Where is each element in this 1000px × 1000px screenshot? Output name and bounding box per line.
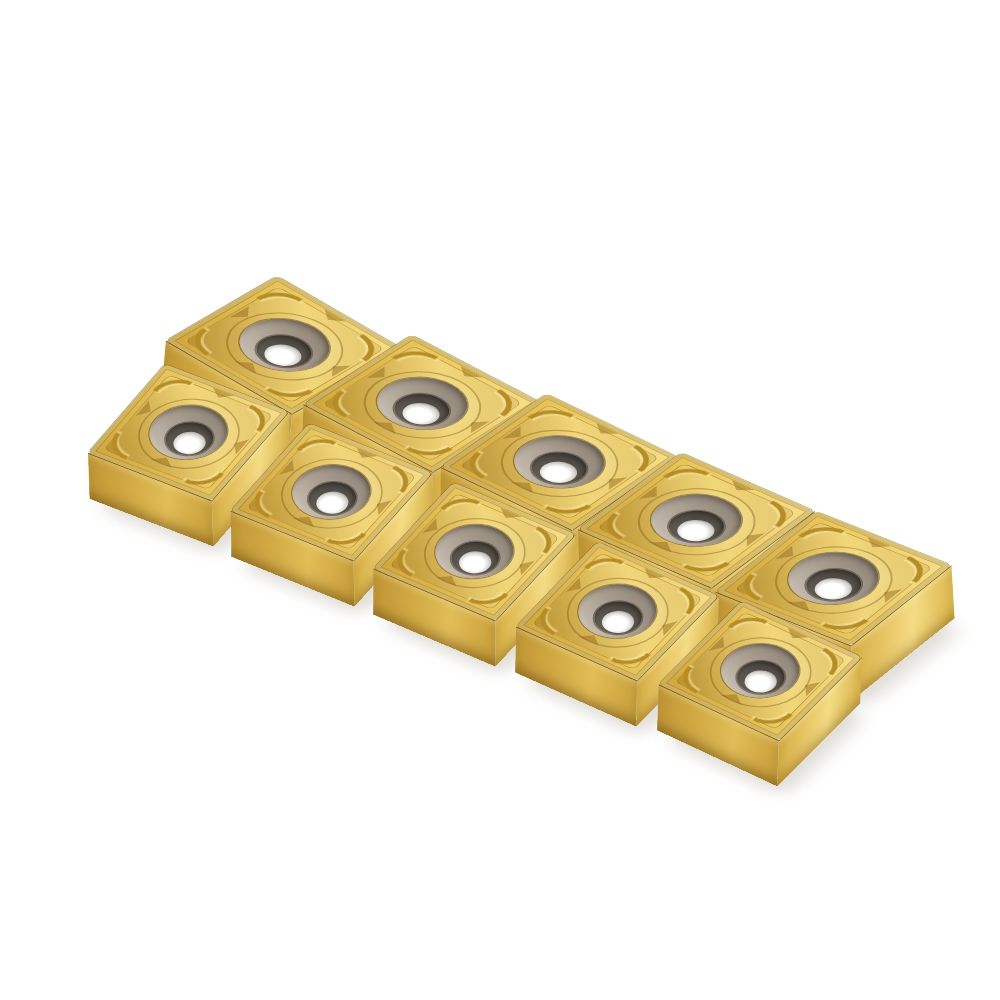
edge-midpoint-notch <box>135 400 157 419</box>
insert-array <box>40 16 1000 1000</box>
insert-side-face-lower-right <box>495 535 575 667</box>
screw-hole <box>383 387 460 432</box>
edge-midpoint-notch <box>738 529 765 546</box>
chipbreaker-corner-ridge <box>330 384 402 423</box>
insert-side-face-lower-right <box>777 657 862 786</box>
edge-midpoint-notch <box>279 459 301 478</box>
edge-midpoint-notch <box>453 366 483 383</box>
insert-side-face-lower-left <box>373 569 495 667</box>
edge-midpoint-notch <box>782 628 809 644</box>
edge-midpoint-notch <box>373 417 403 434</box>
chipbreaker-corner-ridge <box>381 351 453 390</box>
insert-top-face <box>516 542 718 681</box>
screw-hole <box>728 655 794 700</box>
chipbreaker-corner-ridge <box>678 654 745 700</box>
chipbreaker-corner-ridge <box>286 435 355 484</box>
insert-side-face-lower-right <box>851 565 954 698</box>
hole-bottom-highlight <box>257 340 309 370</box>
chipbreaker-corner-ridge <box>852 550 928 595</box>
edge-midpoint-notch <box>648 537 678 553</box>
edge-midpoint-notch <box>293 512 320 527</box>
edge-midpoint-notch <box>638 486 665 503</box>
edge-midpoint-notch <box>422 518 444 537</box>
edge-midpoint-notch <box>150 453 177 468</box>
edge-midpoint-notch <box>435 571 462 586</box>
chipbreaker-corner-ridge <box>430 495 498 543</box>
edge-midpoint-notch <box>600 473 628 490</box>
edge-midpoint-notch <box>351 447 378 462</box>
chipbreaker-corner-ridge <box>603 503 678 546</box>
insert-back-2 <box>40 16 1000 1000</box>
chipbreaker-corner-ridge <box>574 554 642 601</box>
edge-midpoint-notch <box>709 636 732 654</box>
edge-midpoint-notch <box>317 309 347 326</box>
screw-hole <box>521 446 598 490</box>
hole-bottom-highlight <box>453 547 498 577</box>
chipbreaker-corner-ridge <box>488 519 556 567</box>
insert-front-4 <box>40 16 1000 1000</box>
hole-bottom-highlight <box>807 574 859 604</box>
chipbreaker-corner-ridge <box>718 614 785 660</box>
insert-top-face <box>88 364 289 500</box>
edge-midpoint-notch <box>861 537 892 552</box>
chipbreaker-groove <box>246 434 417 550</box>
insert-cast-shadow <box>381 540 583 678</box>
chipbreaker-groove <box>103 374 273 490</box>
center-plateau-ring <box>690 624 832 721</box>
insert-top-face <box>716 511 952 645</box>
insert-side-face-lower-right <box>212 412 291 547</box>
insert-top-face <box>441 394 678 530</box>
edge-midpoint-notch <box>227 436 249 455</box>
chipbreaker-corner-ridge <box>739 562 815 607</box>
chipbreaker-groove <box>322 345 523 461</box>
countersink-bore <box>221 308 348 382</box>
insert-side-face-lower-right <box>636 596 718 727</box>
edge-midpoint-notch <box>510 477 540 493</box>
edge-midpoint-notch <box>725 480 755 496</box>
chipbreaker-corner-ridge <box>165 440 234 490</box>
insert-top-face <box>231 423 432 560</box>
chipbreaker-corner-ridge <box>632 580 700 627</box>
center-plateau-ring <box>614 475 779 569</box>
hole-bottom-highlight <box>395 399 447 429</box>
hole-bottom-highlight <box>310 488 354 518</box>
edge-midpoint-notch <box>578 631 605 646</box>
edge-midpoint-notch <box>775 545 802 563</box>
edge-midpoint-notch <box>589 423 619 439</box>
insert-side-face-lower-left <box>88 453 213 547</box>
insert-top-face <box>166 276 403 414</box>
edge-midpoint-notch <box>495 507 522 522</box>
insert-side-face-lower-right <box>288 349 404 466</box>
insert-side-face-lower-left <box>161 341 292 467</box>
chipbreaker-corner-ridge <box>308 500 377 549</box>
insert-cast-shadow <box>309 399 546 536</box>
insert-front-1 <box>40 16 1000 1000</box>
chipbreaker-corner-ridge <box>143 375 212 425</box>
insert-front-5 <box>40 16 1000 1000</box>
insert-cast-shadow <box>665 658 868 797</box>
edge-midpoint-notch <box>366 366 394 383</box>
insert-side-face-lower-left <box>515 626 637 726</box>
chipbreaker-groove <box>674 612 846 730</box>
hole-bottom-highlight <box>738 666 783 697</box>
screw-hole <box>300 476 366 521</box>
insert-cast-shadow <box>448 458 685 594</box>
insert-back-5 <box>40 16 1000 1000</box>
chipbreaker-corner-ridge <box>715 494 790 537</box>
chipbreaker-corner-ridge <box>391 417 463 456</box>
chipbreaker-corner-ridge <box>787 524 863 569</box>
center-plateau-ring <box>547 564 688 661</box>
chipbreaker-corner-ridge <box>106 417 175 467</box>
insert-top-face <box>659 601 862 740</box>
insert-side-face-lower-left <box>301 404 432 525</box>
hole-bottom-highlight <box>167 428 211 458</box>
insert-side-face-lower-left <box>578 529 713 640</box>
hole-bottom-highlight <box>532 457 584 487</box>
chipbreaker-groove <box>596 463 797 578</box>
countersink-bore <box>563 574 671 648</box>
insert-top-face <box>373 483 575 621</box>
edge-midpoint-notch <box>502 426 530 443</box>
chipbreaker-corner-ridge <box>804 588 880 633</box>
product-photo <box>40 16 1000 1000</box>
screw-hole <box>795 563 872 607</box>
insert-back-3 <box>40 16 1000 1000</box>
insert-side-face-lower-right <box>712 511 816 641</box>
insert-side-face-lower-right <box>354 473 433 606</box>
insert-cast-shadow <box>98 421 299 557</box>
center-plateau-ring <box>340 357 505 453</box>
countersink-bore <box>420 515 528 589</box>
edge-midpoint-notch <box>234 357 264 374</box>
chipbreaker-corner-ridge <box>516 409 589 450</box>
chipbreaker-groove <box>459 404 660 520</box>
chipbreaker-corner-ridge <box>306 326 376 367</box>
screw-hole <box>157 417 222 461</box>
center-plateau-ring <box>477 416 642 511</box>
edge-midpoint-notch <box>323 361 351 377</box>
edge-midpoint-notch <box>655 618 678 637</box>
center-plateau-ring <box>262 446 402 542</box>
edge-midpoint-notch <box>208 387 235 402</box>
edge-midpoint-notch <box>370 496 392 515</box>
insert-side-face-lower-left <box>716 592 855 699</box>
insert-cast-shadow <box>523 599 725 738</box>
center-plateau-ring <box>119 386 259 481</box>
insert-front-3 <box>40 16 1000 1000</box>
chipbreaker-corner-ridge <box>443 384 515 423</box>
edge-midpoint-notch <box>798 678 821 696</box>
chipbreaker-corner-ridge <box>246 292 316 333</box>
insert-cast-shadow <box>168 340 405 478</box>
insert-side-face-lower-right <box>572 457 678 583</box>
countersink-bore <box>770 543 896 615</box>
chipbreaker-corner-ridge <box>775 641 842 687</box>
center-plateau-ring <box>202 298 367 394</box>
insert-front-2 <box>40 16 1000 1000</box>
edge-midpoint-notch <box>513 557 535 576</box>
edge-midpoint-notch <box>876 585 903 603</box>
edge-midpoint-notch <box>229 306 257 322</box>
countersink-bore <box>278 455 386 528</box>
chipbreaker-corner-ridge <box>736 681 803 727</box>
chipbreaker-corner-ridge <box>249 476 318 525</box>
insert-top-face <box>578 453 814 588</box>
countersink-bore <box>496 425 623 498</box>
edge-midpoint-notch <box>786 597 817 612</box>
chipbreaker-corner-ridge <box>450 560 518 608</box>
center-plateau-ring <box>404 505 545 601</box>
chipbreaker-corner-ridge <box>579 439 652 480</box>
chipbreaker-corner-ridge <box>345 459 414 508</box>
countersink-bore <box>135 396 242 469</box>
insert-cast-shadow <box>240 480 441 617</box>
insert-side-face-lower-left <box>440 467 572 583</box>
chipbreaker-corner-ridge <box>529 474 602 515</box>
chipbreaker-groove <box>389 493 560 610</box>
insert-cast-shadow <box>727 575 963 709</box>
edge-midpoint-notch <box>565 577 588 596</box>
countersink-bore <box>706 633 815 708</box>
screw-hole <box>442 536 508 581</box>
chipbreaker-groove <box>531 552 703 670</box>
insert-back-4 <box>40 16 1000 1000</box>
insert-side-face-lower-left <box>657 684 779 786</box>
chipbreaker-corner-ridge <box>466 444 539 485</box>
insert-side-face-lower-right <box>431 403 541 525</box>
countersink-bore <box>633 484 759 556</box>
chipbreaker-corner-ridge <box>392 536 460 584</box>
chipbreaker-groove <box>184 286 385 403</box>
hole-bottom-highlight <box>670 516 722 546</box>
chipbreaker-corner-ridge <box>253 357 323 398</box>
chipbreaker-groove <box>733 522 933 636</box>
screw-hole <box>245 329 322 374</box>
center-plateau-ring <box>752 533 916 626</box>
edge-midpoint-notch <box>720 689 747 705</box>
screw-hole <box>585 595 651 640</box>
insert-top-face <box>304 335 541 472</box>
hole-bottom-highlight <box>596 607 641 638</box>
insert-side-face-lower-left <box>231 511 355 607</box>
countersink-bore <box>359 367 486 440</box>
insert-cast-shadow <box>588 516 824 651</box>
chipbreaker-corner-ridge <box>193 322 263 363</box>
chipbreaker-corner-ridge <box>202 398 271 448</box>
edge-midpoint-notch <box>462 416 490 433</box>
chipbreaker-corner-ridge <box>593 621 661 668</box>
chipbreaker-corner-ridge <box>535 595 603 642</box>
chipbreaker-corner-ridge <box>652 467 727 510</box>
insert-back-1 <box>40 16 1000 1000</box>
edge-midpoint-notch <box>639 568 666 583</box>
chipbreaker-corner-ridge <box>666 531 741 574</box>
screw-hole <box>658 505 735 549</box>
